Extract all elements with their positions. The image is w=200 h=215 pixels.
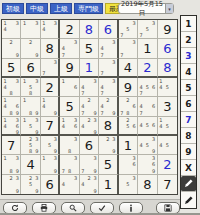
sudoku-board: 1341313428635735792929834753473716563791… (1, 19, 178, 195)
pencil-mark (53, 32, 59, 38)
pencil-marks: 378 (60, 155, 78, 173)
pencil-marks: 149 (41, 97, 58, 115)
pencil-mark (171, 90, 177, 96)
pencil-mark: 9 (34, 110, 40, 116)
pencil-marks: 38 (60, 136, 78, 154)
cell-r1c8[interactable]: 357 (138, 20, 157, 39)
pencil-marks: 4567 (138, 78, 156, 96)
pencil-mark (73, 188, 79, 194)
numpad-key-5[interactable]: 5 (181, 80, 196, 96)
tab-中級[interactable]: 中級 (26, 3, 48, 14)
check-icon (98, 204, 106, 212)
pencil-marks: 239 (2, 175, 20, 194)
cell-r7c3[interactable]: 359 (41, 136, 60, 155)
pencil-mark (34, 90, 40, 96)
entry-digit: 2 (138, 59, 156, 76)
pencil-marks: 139 (41, 155, 58, 173)
tab-上級[interactable]: 上級 (50, 3, 72, 14)
given-digit: 7 (158, 175, 177, 194)
given-digit: 6 (21, 59, 39, 76)
cell-r3c6[interactable]: 37 (99, 59, 118, 78)
given-digit: 5 (60, 97, 78, 115)
cell-r4c1[interactable]: 1348 (2, 78, 21, 97)
cell-r3c1[interactable]: 5 (2, 59, 21, 78)
cell-r5c9[interactable]: 3 (158, 97, 177, 116)
given-digit: 5 (2, 59, 20, 76)
pencil-marks: 1359 (21, 117, 39, 134)
cell-r9c7[interactable]: 35 (119, 175, 138, 194)
pencil-mark: 9 (34, 148, 40, 154)
cell-r9c1[interactable]: 239 (2, 175, 21, 194)
pencil-marks: 14689 (2, 97, 20, 115)
entry-digit: 2 (158, 155, 177, 173)
pencil-marks: 29 (2, 39, 20, 57)
cell-r4c2[interactable]: 1358 (21, 78, 40, 97)
cell-r3c3[interactable]: 37 (41, 59, 60, 78)
given-digit: 3 (158, 97, 177, 115)
cell-r2c4[interactable]: 347 (60, 39, 79, 58)
pencil-mark (150, 32, 156, 38)
pencil-mark (171, 129, 177, 134)
cell-r1c3[interactable]: 134 (41, 20, 60, 39)
cell-r2c5[interactable]: 5 (80, 39, 99, 58)
pencil-marks: 145 (158, 78, 177, 96)
cell-r3c8[interactable]: 2 (138, 59, 157, 78)
cell-r4c9[interactable]: 145 (158, 78, 177, 97)
cell-r5c4[interactable]: 5 (60, 97, 79, 116)
pencil-marks: 134 (41, 20, 58, 38)
pencil-marks: 36 (119, 155, 137, 173)
pencil-marks: 37 (99, 59, 116, 76)
cell-r6c2[interactable]: 1359 (21, 117, 40, 136)
pencil-marks: 2479 (99, 97, 116, 115)
given-digit: 5 (80, 39, 98, 57)
pencil-marks: 379 (80, 155, 98, 173)
pencil-marks: 2359 (21, 175, 39, 194)
pencil-mark (150, 110, 156, 116)
cell-r6c4[interactable]: 1346 (60, 117, 79, 136)
pencil-mark (73, 148, 79, 154)
tab-初級[interactable]: 初級 (2, 3, 24, 14)
pencil-marks: 456 (138, 117, 156, 134)
cell-r5c6[interactable]: 2479 (99, 97, 118, 116)
given-digit: 6 (41, 175, 58, 194)
cell-r7c8[interactable]: 3459 (138, 136, 157, 155)
pencil-icon-button[interactable] (181, 192, 196, 208)
window-bottom-edge (0, 213, 200, 215)
cell-r8c2[interactable]: 4 (21, 155, 40, 174)
cell-r3c7[interactable]: 4 (119, 59, 138, 78)
pencil-marks: 347 (99, 78, 116, 96)
pencil-mark: 9 (92, 110, 98, 116)
refresh-icon (11, 204, 19, 212)
cell-r5c7[interactable]: 2678 (119, 97, 138, 116)
cell-r9c2[interactable]: 2359 (21, 175, 40, 194)
pencil-mark: 9 (14, 188, 20, 194)
pencil-marks: 1348 (2, 78, 20, 96)
cell-r8c6[interactable]: 5 (99, 155, 118, 174)
cell-r7c7[interactable]: 1 (119, 136, 138, 155)
given-digit: 4 (21, 155, 39, 173)
pencil-marks: 29 (21, 39, 39, 57)
pencil-marks: 16 (60, 78, 78, 96)
pencil-mark: 9 (150, 168, 156, 174)
numpad-key-9[interactable]: 9 (181, 144, 196, 160)
numpad-key-4[interactable]: 4 (181, 64, 196, 80)
cell-r6c6[interactable]: 8 (99, 117, 118, 136)
cell-r5c5[interactable]: 2479 (80, 97, 99, 116)
info-button[interactable] (119, 202, 143, 214)
given-digit: 4 (119, 59, 137, 76)
pencil-mark (92, 90, 98, 96)
cell-r4c4[interactable]: 16 (60, 78, 79, 97)
numpad-key-1[interactable]: 1 (181, 16, 196, 32)
cell-r9c9[interactable]: 7 (158, 175, 177, 194)
pencil-mark: 9 (53, 110, 59, 116)
pencil-marks: 347 (80, 78, 98, 96)
cell-r1c9[interactable]: 9 (158, 20, 177, 39)
pencil-mark (14, 32, 20, 38)
numpad-key-8[interactable]: 8 (181, 128, 196, 144)
pencil-mark (14, 90, 20, 96)
pencil-marks: 1358 (21, 78, 39, 96)
cell-r8c3[interactable]: 139 (41, 155, 60, 174)
pencil-mark (131, 129, 137, 134)
refresh-button[interactable] (3, 202, 27, 214)
pencil-mark (111, 70, 117, 76)
pencil-mark (73, 129, 79, 134)
pencil-mark (131, 110, 137, 116)
cell-r4c6[interactable]: 347 (99, 78, 118, 97)
save-icon (164, 204, 172, 212)
given-digit: 8 (41, 39, 58, 57)
pencil-marks: 359 (41, 136, 58, 154)
cell-r1c6[interactable]: 6 (99, 20, 118, 39)
cell-r8c4[interactable]: 378 (60, 155, 79, 174)
pencil-mark: 9 (111, 148, 117, 154)
given-digit: 1 (138, 39, 156, 57)
pencil-marks: 347 (60, 39, 78, 57)
pencil-mark (150, 90, 156, 96)
pencil-mark (111, 90, 117, 96)
check-button[interactable] (90, 202, 114, 214)
given-digit: 6 (80, 136, 98, 154)
pencil-marks: 3459 (138, 136, 156, 154)
cell-r6c3[interactable]: 7 (41, 117, 60, 136)
pencil-marks: 347 (99, 39, 116, 57)
pencil-marks: 369 (138, 155, 156, 173)
cell-r8c7[interactable]: 36 (119, 155, 138, 174)
dropdown-arrow-icon[interactable]: ▾ (165, 4, 173, 13)
cell-r6c9[interactable]: 145 (158, 117, 177, 136)
cell-r6c1[interactable]: 13469 (2, 117, 21, 136)
pencil-mark (111, 52, 117, 58)
pencil-mark: 9 (92, 129, 98, 135)
cell-r4c3[interactable]: 2 (41, 78, 60, 97)
pencil-marks: 34 (60, 175, 78, 194)
cell-r9c5[interactable]: 2349 (80, 175, 99, 194)
numpad-key-3[interactable]: 3 (181, 48, 196, 64)
given-digit: 1 (99, 175, 116, 194)
cell-r1c2[interactable]: 13 (21, 20, 40, 39)
cell-r2c3[interactable]: 8 (41, 39, 60, 58)
pencil-mark: 9 (150, 148, 156, 154)
pencil-mark: 9 (14, 52, 20, 58)
cell-r2c6[interactable]: 347 (99, 39, 118, 58)
cell-r4c5[interactable]: 347 (80, 78, 99, 97)
cell-r5c2[interactable]: 189 (21, 97, 40, 116)
cell-r3c4[interactable]: 9 (60, 59, 79, 78)
pencil-marks: 134 (2, 20, 20, 38)
cell-r6c7[interactable]: 256 (119, 117, 138, 136)
pencil-marks: 13469 (2, 117, 20, 134)
cell-r9c8[interactable]: 8 (138, 175, 157, 194)
pencil-marks: 467 (138, 97, 156, 115)
pencil-marks: 2349 (80, 117, 98, 134)
pencil-mark: 9 (92, 188, 98, 194)
given-digit: 9 (60, 59, 78, 76)
pencil-marks: 2349 (80, 175, 98, 194)
cell-r3c2[interactable]: 6 (21, 59, 40, 78)
pencil-marks: 45 (158, 136, 177, 154)
entry-digit: 1 (80, 59, 98, 76)
pencil-mark (131, 168, 137, 174)
pencil-marks: 239 (99, 136, 116, 154)
pencil-mark (131, 188, 137, 194)
pencil-marks: 357 (138, 20, 156, 38)
given-digit: 7 (2, 136, 20, 154)
pencil-mark (131, 32, 137, 38)
tab-専門級[interactable]: 専門級 (74, 3, 103, 14)
cell-r8c5[interactable]: 379 (80, 155, 99, 174)
search-icon (69, 204, 77, 212)
numpad-key-6[interactable]: 6 (181, 96, 196, 112)
given-digit: 5 (99, 155, 116, 173)
sudoku-app: 初級中級上級専門級最高級 2019年5月15日 ▾ 13413134286357… (0, 0, 200, 215)
cell-r3c9[interactable]: 8 (158, 59, 177, 78)
cell-r3c5[interactable]: 1 (80, 59, 99, 78)
pencil-mark (73, 90, 79, 96)
pencil-mark (131, 52, 137, 58)
pencil-mark (53, 70, 59, 76)
cell-r5c3[interactable]: 149 (41, 97, 60, 116)
cell-r7c6[interactable]: 239 (99, 136, 118, 155)
pencil-marks: 256 (119, 117, 137, 134)
pencil-mark: 9 (53, 168, 59, 174)
cell-r2c8[interactable]: 1 (138, 39, 157, 58)
pencil-mark: 9 (34, 188, 40, 194)
print-icon (40, 204, 48, 212)
cell-r7c1[interactable]: 7 (2, 136, 21, 155)
cell-r9c3[interactable]: 6 (41, 175, 60, 194)
pencil-mark (150, 128, 156, 134)
pencil-mark (34, 32, 40, 38)
given-digit: 9 (119, 78, 137, 96)
pencil-marks: 37 (41, 59, 58, 76)
print-button[interactable] (32, 202, 56, 214)
given-digit: 8 (99, 117, 116, 134)
cell-r8c8[interactable]: 369 (138, 155, 157, 174)
pencil-mark: 9 (53, 148, 59, 154)
cell-r1c4[interactable]: 2 (60, 20, 79, 39)
pencil-mark (73, 168, 79, 174)
pencil-marks: 2678 (119, 97, 137, 115)
cell-r8c1[interactable]: 1389 (2, 155, 21, 174)
number-pad: 123456789X (180, 15, 197, 209)
cell-r2c7[interactable]: 37 (119, 39, 138, 58)
date-picker[interactable]: 2019年5月15日 ▾ (118, 3, 174, 14)
pencil-mark: 9 (14, 168, 20, 174)
pencil-mark: 9 (34, 52, 40, 58)
entry-digit: 6 (158, 39, 177, 57)
cell-r6c5[interactable]: 2349 (80, 117, 99, 136)
pencil-marks: 2479 (80, 97, 98, 115)
entry-digit: 8 (158, 59, 177, 76)
pencil-marks: 13 (21, 20, 39, 38)
numpad-key-X[interactable]: X (181, 160, 196, 176)
pencil-mark (73, 52, 79, 58)
cell-r9c4[interactable]: 34 (60, 175, 79, 194)
pencil-marks: 1346 (60, 117, 78, 134)
pencil-mark: 9 (34, 129, 40, 135)
pencil-mark (171, 148, 177, 154)
given-digit: 7 (41, 117, 58, 134)
pencil-mark: 9 (111, 110, 117, 116)
pencil-marks: 1389 (2, 155, 20, 173)
pencil-marks: 23589 (21, 136, 39, 154)
cell-r2c1[interactable]: 29 (2, 39, 21, 58)
cell-r7c2[interactable]: 23589 (21, 136, 40, 155)
entry-digit: 8 (80, 20, 98, 38)
cell-r1c1[interactable]: 134 (2, 20, 21, 39)
numpad-key-2[interactable]: 2 (181, 32, 196, 48)
cell-r7c9[interactable]: 45 (158, 136, 177, 155)
cell-r5c1[interactable]: 14689 (2, 97, 21, 116)
given-digit: 9 (158, 20, 177, 38)
entry-digit: 6 (99, 20, 116, 38)
given-digit: 2 (41, 78, 58, 96)
pencil-mode-toggle[interactable] (181, 176, 196, 192)
cell-r2c2[interactable]: 29 (21, 39, 40, 58)
pencil-mark: 9 (92, 168, 98, 174)
save-button[interactable] (156, 202, 180, 214)
pencil-marks: 37 (119, 39, 137, 57)
cell-r7c5[interactable]: 6 (80, 136, 99, 155)
cell-r4c8[interactable]: 4567 (138, 78, 157, 97)
given-digit: 2 (60, 20, 78, 38)
cell-r1c7[interactable]: 357 (119, 20, 138, 39)
pencil-marks: 357 (119, 20, 137, 38)
cell-r7c4[interactable]: 38 (60, 136, 79, 155)
cell-r5c8[interactable]: 467 (138, 97, 157, 116)
given-digit: 1 (119, 136, 137, 154)
date-label: 2019年5月15日 (119, 0, 165, 18)
cell-r6c8[interactable]: 456 (138, 117, 157, 136)
cell-r2c9[interactable]: 6 (158, 39, 177, 58)
numpad-key-7[interactable]: 7 (181, 112, 196, 128)
cell-r8c9[interactable]: 2 (158, 155, 177, 174)
pencil-mark: 9 (14, 129, 20, 135)
difficulty-tabbar: 初級中級上級専門級最高級 (2, 2, 134, 15)
pencil-marks: 35 (119, 175, 137, 194)
pencil-marks: 189 (21, 97, 39, 115)
cell-r4c7[interactable]: 9 (119, 78, 138, 97)
cell-r9c6[interactable]: 1 (99, 175, 118, 194)
pencil-mark: 9 (14, 110, 20, 116)
pencil-marks: 145 (158, 117, 177, 134)
search-button[interactable] (61, 202, 85, 214)
given-digit: 8 (138, 175, 156, 194)
info-icon (127, 204, 135, 212)
cell-r1c5[interactable]: 8 (80, 20, 99, 39)
